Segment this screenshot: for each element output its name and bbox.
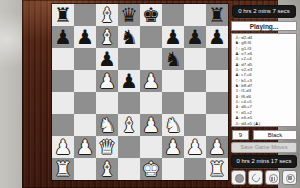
white-pawn[interactable]: ♟ xyxy=(184,136,206,158)
white-pawn[interactable]: ♟ xyxy=(74,136,96,158)
black-rook[interactable]: ♜ xyxy=(206,4,228,26)
white-pawn[interactable]: ♟ xyxy=(52,136,74,158)
white-bishop[interactable]: ♝ xyxy=(118,114,140,136)
square-b1[interactable] xyxy=(74,158,96,180)
record-icon xyxy=(235,174,244,183)
black-queen[interactable]: ♛ xyxy=(118,4,140,26)
square-e4[interactable] xyxy=(140,92,162,114)
square-g3[interactable] xyxy=(184,114,206,136)
square-b6[interactable] xyxy=(74,48,96,70)
pause-bar xyxy=(271,177,272,181)
square-e7[interactable] xyxy=(140,26,162,48)
restart-button[interactable] xyxy=(248,170,263,185)
square-h4[interactable] xyxy=(206,92,228,114)
black-knight[interactable]: ♞ xyxy=(162,48,184,70)
square-d1[interactable] xyxy=(118,158,140,180)
square-h6[interactable] xyxy=(206,48,228,70)
app-screenshot: ♜♝♛♚♜♟♟♝♞♟♟♟♟♞♟♟♟♞♝♟♞♟♟♛♟♟♟♜♝♚♜ 0 hrs 2 … xyxy=(0,0,300,188)
square-b4[interactable] xyxy=(74,92,96,114)
white-clock-display: 0 hrs 2 mins 7 secs xyxy=(232,5,296,18)
square-d2[interactable] xyxy=(118,136,140,158)
black-knight[interactable]: ♞ xyxy=(118,26,140,48)
square-c4[interactable] xyxy=(96,92,118,114)
white-knight[interactable]: ♞ xyxy=(162,114,184,136)
circular-arrow-icon xyxy=(250,172,261,183)
save-game-moves-button[interactable]: Save Game Moves xyxy=(231,142,297,153)
chess-board[interactable]: ♜♝♛♚♜♟♟♝♞♟♟♟♟♞♟♟♟♞♝♟♞♟♟♛♟♟♟♜♝♚♜ xyxy=(52,4,228,180)
white-pawn[interactable]: ♟ xyxy=(140,70,162,92)
square-a4[interactable] xyxy=(52,92,74,114)
square-b8[interactable] xyxy=(74,4,96,26)
square-h3[interactable] xyxy=(206,114,228,136)
white-knight[interactable]: ♞ xyxy=(96,114,118,136)
white-pawn[interactable]: ♟ xyxy=(96,70,118,92)
pause-bar xyxy=(274,177,275,181)
white-pawn[interactable]: ♟ xyxy=(140,114,162,136)
white-king[interactable]: ♚ xyxy=(140,158,162,180)
square-g5[interactable] xyxy=(184,70,206,92)
move-entry[interactable]: ♙: d4-e5 (♟) xyxy=(235,121,296,126)
black-pawn[interactable]: ♟ xyxy=(74,26,96,48)
white-pawn[interactable]: ♟ xyxy=(206,136,228,158)
square-a5[interactable] xyxy=(52,70,74,92)
chess-app-window: ♜♝♛♚♜♟♟♝♞♟♟♟♟♞♟♟♟♞♝♟♞♟♟♛♟♟♟♜♝♚♜ 0 hrs 2 … xyxy=(22,0,278,188)
square-g6[interactable] xyxy=(184,48,206,70)
move-list[interactable]: ♙: d2-d4♞: g8-f6♘: g1-f3♟: e7-e6♙: c2-c4… xyxy=(231,33,297,127)
square-g4[interactable] xyxy=(184,92,206,114)
square-a3[interactable] xyxy=(52,114,74,136)
black-pawn[interactable]: ♟ xyxy=(96,48,118,70)
black-pawn[interactable]: ♟ xyxy=(52,26,74,48)
black-rook[interactable]: ♜ xyxy=(52,4,74,26)
black-king[interactable]: ♚ xyxy=(140,4,162,26)
square-a6[interactable] xyxy=(52,48,74,70)
square-d4[interactable] xyxy=(118,92,140,114)
side-to-move-field: Black xyxy=(253,130,297,140)
stop-square xyxy=(288,176,292,180)
black-clock-display: 0 hrs 2 mins 17 secs xyxy=(231,155,297,168)
black-pawn[interactable]: ♟ xyxy=(118,70,140,92)
white-queen[interactable]: ♛ xyxy=(96,136,118,158)
square-f5[interactable] xyxy=(162,70,184,92)
square-f8[interactable] xyxy=(162,4,184,26)
square-g8[interactable] xyxy=(184,4,206,26)
move-number-field: 9 xyxy=(232,130,249,140)
white-rook[interactable]: ♜ xyxy=(206,158,228,180)
square-f4[interactable] xyxy=(162,92,184,114)
status-bar: Playing... xyxy=(231,21,297,31)
black-pawn[interactable]: ♟ xyxy=(206,26,228,48)
white-rook[interactable]: ♜ xyxy=(52,158,74,180)
square-d6[interactable] xyxy=(118,48,140,70)
white-pawn[interactable]: ♟ xyxy=(162,136,184,158)
pause-button[interactable] xyxy=(265,170,280,185)
black-bishop[interactable]: ♝ xyxy=(96,4,118,26)
black-pawn[interactable]: ♟ xyxy=(184,26,206,48)
stop-button[interactable] xyxy=(282,170,297,185)
square-h5[interactable] xyxy=(206,70,228,92)
square-f1[interactable] xyxy=(162,158,184,180)
square-e2[interactable] xyxy=(140,136,162,158)
record-button[interactable] xyxy=(231,170,246,185)
square-e6[interactable] xyxy=(140,48,162,70)
white-bishop[interactable]: ♝ xyxy=(96,158,118,180)
playback-controls xyxy=(231,170,297,186)
square-g1[interactable] xyxy=(184,158,206,180)
square-b3[interactable] xyxy=(74,114,96,136)
black-pawn[interactable]: ♟ xyxy=(162,26,184,48)
black-bishop[interactable]: ♝ xyxy=(96,26,118,48)
square-b5[interactable] xyxy=(74,70,96,92)
